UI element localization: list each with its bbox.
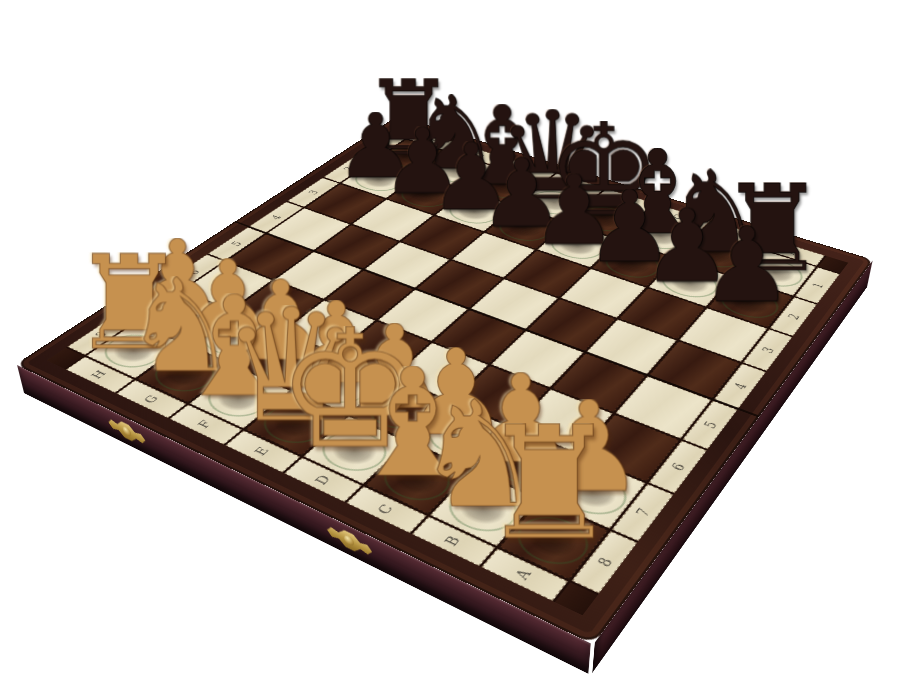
label-text: B (442, 534, 464, 549)
label-text: 6 (668, 460, 688, 472)
label-text: H (89, 369, 109, 381)
label-text: G (472, 152, 487, 159)
label-text: 8 (594, 554, 616, 568)
board-grid: HGFEDCBA1122334455667788HGFEDCBA (47, 126, 849, 616)
label-text: F (196, 419, 216, 430)
label-text: G (141, 393, 161, 405)
board-frame: HGFEDCBA1122334455667788HGFEDCBA (16, 116, 874, 645)
label-text: 8 (92, 330, 109, 339)
scene: HGFEDCBA1122334455667788HGFEDCBA ♜♞♝♛♚♝♞… (0, 0, 900, 675)
label-text: C (375, 502, 397, 516)
label-text: A (513, 567, 536, 582)
label-text: 4 (269, 213, 284, 220)
label-text: E (568, 182, 583, 189)
label-text: H (426, 138, 441, 145)
label-text: E (252, 445, 272, 457)
label-text: 1 (375, 144, 389, 150)
photo-background: HGFEDCBA1122334455667788HGFEDCBA ♜♞♝♛♚♝♞… (0, 0, 900, 675)
label-text: 5 (229, 240, 245, 247)
rank-label-right-2: 2 (770, 297, 817, 336)
label-text: 7 (633, 505, 654, 518)
label-text: C (671, 213, 687, 221)
label-text: 6 (186, 268, 202, 276)
label-text: 2 (785, 312, 802, 321)
label-text: 7 (141, 298, 158, 307)
label-text: 3 (759, 345, 777, 354)
label-text: 3 (306, 189, 321, 196)
label-text: B (726, 230, 742, 238)
label-text: D (312, 473, 334, 487)
label-text: 4 (731, 381, 750, 391)
label-text: 1 (809, 281, 826, 289)
label-text: F (519, 167, 534, 173)
label-text: 5 (701, 419, 720, 430)
label-text: A (784, 248, 801, 256)
label-text: 2 (341, 166, 355, 172)
chess-board: HGFEDCBA1122334455667788HGFEDCBA ♜♞♝♛♚♝♞… (16, 116, 874, 645)
label-text: D (618, 197, 634, 205)
